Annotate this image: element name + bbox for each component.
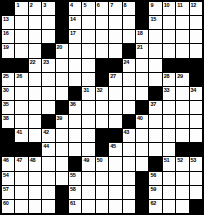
- grid-cell[interactable]: [42, 101, 54, 114]
- grid-cell[interactable]: 43: [123, 129, 135, 142]
- grid-cell[interactable]: [96, 200, 108, 213]
- grid-cell[interactable]: [15, 115, 27, 128]
- grid-cell[interactable]: [163, 115, 175, 128]
- clue-number: 51: [164, 157, 170, 163]
- grid-cell[interactable]: [69, 44, 81, 57]
- black-cell: [163, 59, 175, 72]
- grid-cell[interactable]: [190, 16, 202, 29]
- grid-cell[interactable]: [82, 59, 94, 72]
- grid-cell[interactable]: [190, 101, 202, 114]
- grid-cell[interactable]: [109, 44, 121, 57]
- grid-cell[interactable]: [82, 101, 94, 114]
- clue-number: 14: [70, 16, 76, 22]
- clue-number: 6: [97, 2, 100, 8]
- grid-cell[interactable]: [109, 186, 121, 199]
- black-cell: [96, 73, 108, 86]
- grid-cell[interactable]: [42, 30, 54, 43]
- grid-cell[interactable]: [82, 143, 94, 156]
- grid-cell[interactable]: 58: [69, 186, 81, 199]
- black-cell: [56, 30, 68, 43]
- clue-number: 56: [150, 172, 156, 178]
- clue-number: 19: [3, 44, 9, 50]
- black-cell: [42, 115, 54, 128]
- black-cell: [176, 143, 188, 156]
- grid-cell[interactable]: [29, 101, 41, 114]
- grid-cell[interactable]: 50: [96, 157, 108, 170]
- grid-cell[interactable]: 34: [190, 87, 202, 100]
- grid-cell[interactable]: 30: [2, 87, 14, 100]
- grid-cell[interactable]: 17: [69, 30, 81, 43]
- black-cell: [2, 143, 14, 156]
- grid-cell[interactable]: [190, 186, 202, 199]
- black-cell: [15, 59, 27, 72]
- grid-cell[interactable]: 47: [15, 157, 27, 170]
- black-cell: [56, 2, 68, 15]
- grid-cell[interactable]: [123, 143, 135, 156]
- black-cell: [96, 129, 108, 142]
- grid-cell[interactable]: 48: [29, 157, 41, 170]
- clue-number: 25: [3, 73, 9, 79]
- grid-cell[interactable]: [82, 73, 94, 86]
- grid-cell[interactable]: [15, 16, 27, 29]
- grid-cell[interactable]: [123, 172, 135, 185]
- black-cell: [56, 16, 68, 29]
- grid-cell[interactable]: 11: [176, 2, 188, 15]
- clue-number: 24: [124, 59, 130, 65]
- grid-cell[interactable]: [56, 73, 68, 86]
- clue-number: 57: [3, 186, 9, 192]
- clue-number: 11: [177, 2, 182, 8]
- black-cell: [136, 186, 148, 199]
- black-cell: [56, 101, 68, 114]
- grid-cell[interactable]: [29, 87, 41, 100]
- grid-cell[interactable]: 61: [69, 200, 81, 213]
- grid-cell[interactable]: 15: [149, 16, 161, 29]
- grid-cell[interactable]: [123, 16, 135, 29]
- grid-cell[interactable]: 26: [15, 73, 27, 86]
- grid-cell[interactable]: [190, 115, 202, 128]
- grid-cell[interactable]: [149, 44, 161, 57]
- grid-cell[interactable]: 20: [56, 44, 68, 57]
- black-cell: [2, 2, 14, 15]
- clue-number: 40: [137, 115, 143, 121]
- black-cell: [123, 44, 135, 57]
- grid-cell[interactable]: 32: [96, 87, 108, 100]
- black-cell: [136, 200, 148, 213]
- grid-cell[interactable]: [15, 44, 27, 57]
- grid-cell[interactable]: 53: [190, 157, 202, 170]
- clue-number: 17: [70, 30, 76, 36]
- clue-number: 37: [150, 101, 156, 107]
- grid-cell[interactable]: 60: [2, 200, 14, 213]
- clue-number: 54: [3, 172, 9, 178]
- grid-cell[interactable]: [42, 186, 54, 199]
- black-cell: [149, 157, 161, 170]
- clue-number: 47: [16, 157, 22, 163]
- clue-number: 9: [150, 2, 153, 8]
- grid-cell[interactable]: 62: [149, 200, 161, 213]
- grid-cell[interactable]: [176, 44, 188, 57]
- grid-cell[interactable]: 57: [2, 186, 14, 199]
- black-cell: [109, 59, 121, 72]
- grid-cell[interactable]: [123, 87, 135, 100]
- grid-cell[interactable]: [96, 30, 108, 43]
- grid-cell[interactable]: [82, 129, 94, 142]
- clue-number: 33: [164, 87, 170, 93]
- grid-cell[interactable]: [176, 87, 188, 100]
- grid-cell[interactable]: [163, 30, 175, 43]
- grid-cell[interactable]: [176, 16, 188, 29]
- grid-cell[interactable]: [109, 115, 121, 128]
- clue-number: 13: [3, 16, 9, 22]
- grid-cell[interactable]: [96, 172, 108, 185]
- grid-cell[interactable]: [136, 73, 148, 86]
- black-cell: [149, 87, 161, 100]
- grid-cell[interactable]: 40: [136, 115, 148, 128]
- grid-cell[interactable]: [69, 129, 81, 142]
- grid-cell[interactable]: 4: [69, 2, 81, 15]
- grid-cell[interactable]: [176, 172, 188, 185]
- clue-number: 26: [16, 73, 22, 79]
- black-cell: [56, 186, 68, 199]
- grid-cell[interactable]: 59: [149, 186, 161, 199]
- grid-cell[interactable]: [190, 172, 202, 185]
- clue-number: 53: [191, 157, 197, 163]
- grid-cell[interactable]: [176, 30, 188, 43]
- grid-cell[interactable]: [176, 115, 188, 128]
- clue-number: 58: [70, 186, 76, 192]
- clue-number: 50: [97, 157, 103, 163]
- grid-cell[interactable]: [15, 30, 27, 43]
- grid-cell[interactable]: [123, 157, 135, 170]
- grid-cell[interactable]: [136, 87, 148, 100]
- grid-cell[interactable]: 46: [2, 157, 14, 170]
- black-cell: [42, 44, 54, 57]
- grid-cell[interactable]: [29, 115, 41, 128]
- grid-cell[interactable]: 24: [123, 59, 135, 72]
- grid-cell[interactable]: [56, 157, 68, 170]
- black-cell: [56, 200, 68, 213]
- grid-cell[interactable]: [82, 172, 94, 185]
- grid-cell[interactable]: [29, 129, 41, 142]
- clue-number: 7: [110, 2, 113, 8]
- grid-cell[interactable]: [42, 16, 54, 29]
- grid-cell[interactable]: [136, 143, 148, 156]
- clue-number: 62: [150, 200, 156, 206]
- grid-cell[interactable]: [149, 59, 161, 72]
- black-cell: [2, 129, 14, 142]
- grid-cell[interactable]: [109, 16, 121, 29]
- clue-number: 4: [70, 2, 73, 8]
- grid-cell[interactable]: [149, 143, 161, 156]
- grid-cell[interactable]: [42, 87, 54, 100]
- clue-number: 46: [3, 157, 9, 163]
- grid-cell[interactable]: [56, 143, 68, 156]
- clue-number: 55: [70, 172, 76, 178]
- clue-number: 32: [97, 87, 103, 93]
- clue-number: 21: [137, 44, 143, 50]
- grid-cell[interactable]: 14: [69, 16, 81, 29]
- black-cell: [136, 101, 148, 114]
- grid-cell[interactable]: 52: [176, 157, 188, 170]
- grid-cell[interactable]: [82, 30, 94, 43]
- grid-cell[interactable]: [176, 186, 188, 199]
- grid-cell[interactable]: 18: [136, 30, 148, 43]
- clue-number: 12: [191, 2, 197, 8]
- black-cell: [176, 59, 188, 72]
- grid-cell[interactable]: 42: [42, 129, 54, 142]
- black-cell: [96, 59, 108, 72]
- black-cell: [136, 2, 148, 15]
- clue-number: 38: [3, 115, 9, 121]
- grid-cell[interactable]: 41: [15, 129, 27, 142]
- clue-number: 41: [16, 129, 22, 135]
- grid-cell[interactable]: [96, 44, 108, 57]
- black-cell: [123, 115, 135, 128]
- grid-cell[interactable]: 38: [2, 115, 14, 128]
- black-cell: [15, 143, 27, 156]
- grid-cell[interactable]: [69, 73, 81, 86]
- grid-cell[interactable]: 44: [42, 143, 54, 156]
- grid-cell[interactable]: [15, 101, 27, 114]
- grid-cell[interactable]: [56, 59, 68, 72]
- grid-cell[interactable]: [82, 200, 94, 213]
- grid-cell[interactable]: 12: [190, 2, 202, 15]
- clue-number: 49: [83, 157, 89, 163]
- grid-cell[interactable]: [163, 44, 175, 57]
- grid-cell[interactable]: [96, 101, 108, 114]
- crossword-grid: 1234567891011121314151617181920212223242…: [0, 0, 204, 215]
- grid-cell[interactable]: 39: [56, 115, 68, 128]
- clue-number: 36: [70, 101, 76, 107]
- grid-cell[interactable]: [190, 129, 202, 142]
- clue-number: 8: [124, 2, 127, 8]
- clue-number: 20: [57, 44, 63, 50]
- black-cell: [190, 59, 202, 72]
- grid-cell[interactable]: [163, 129, 175, 142]
- grid-cell[interactable]: [56, 129, 68, 142]
- grid-cell[interactable]: [109, 30, 121, 43]
- grid-cell[interactable]: [109, 101, 121, 114]
- grid-cell[interactable]: 10: [163, 2, 175, 15]
- grid-cell[interactable]: [149, 30, 161, 43]
- clue-number: 23: [43, 59, 49, 65]
- grid-cell[interactable]: [123, 186, 135, 199]
- grid-cell[interactable]: [29, 186, 41, 199]
- clue-number: 10: [164, 2, 170, 8]
- grid-cell[interactable]: 55: [69, 172, 81, 185]
- grid-cell[interactable]: 6: [96, 2, 108, 15]
- black-cell: [190, 143, 202, 156]
- grid-cell[interactable]: 28: [163, 73, 175, 86]
- grid-cell[interactable]: [176, 101, 188, 114]
- grid-cell[interactable]: 51: [163, 157, 175, 170]
- clue-number: 31: [83, 87, 89, 93]
- clue-number: 60: [3, 200, 9, 206]
- clue-number: 5: [83, 2, 86, 8]
- grid-cell[interactable]: [82, 16, 94, 29]
- clue-number: 1: [16, 2, 19, 8]
- grid-cell[interactable]: 29: [176, 73, 188, 86]
- grid-cell[interactable]: [42, 172, 54, 185]
- grid-cell[interactable]: 33: [163, 87, 175, 100]
- grid-cell[interactable]: 3: [42, 2, 54, 15]
- clue-number: 2: [30, 2, 33, 8]
- grid-cell[interactable]: [82, 44, 94, 57]
- grid-cell[interactable]: [163, 200, 175, 213]
- clue-number: 16: [3, 30, 9, 36]
- clue-number: 35: [3, 101, 9, 107]
- grid-cell[interactable]: 35: [2, 101, 14, 114]
- grid-cell[interactable]: [29, 73, 41, 86]
- clue-number: 27: [110, 73, 116, 79]
- grid-cell[interactable]: 16: [2, 30, 14, 43]
- grid-cell[interactable]: [136, 157, 148, 170]
- grid-cell[interactable]: [42, 200, 54, 213]
- grid-cell[interactable]: [29, 200, 41, 213]
- clue-number: 22: [30, 59, 36, 65]
- grid-cell[interactable]: 27: [109, 73, 121, 86]
- black-cell: [29, 143, 41, 156]
- clue-number: 43: [124, 129, 130, 135]
- grid-cell[interactable]: 8: [123, 2, 135, 15]
- clue-number: 18: [137, 30, 143, 36]
- grid-cell[interactable]: 19: [2, 44, 14, 57]
- clue-number: 34: [191, 87, 197, 93]
- grid-cell[interactable]: [29, 16, 41, 29]
- clue-number: 42: [43, 129, 49, 135]
- grid-cell[interactable]: [149, 73, 161, 86]
- clue-number: 28: [164, 73, 170, 79]
- grid-cell[interactable]: 1: [15, 2, 27, 15]
- grid-cell[interactable]: [176, 200, 188, 213]
- black-cell: [136, 16, 148, 29]
- grid-cell[interactable]: [29, 172, 41, 185]
- grid-cell[interactable]: [82, 186, 94, 199]
- grid-cell[interactable]: [56, 87, 68, 100]
- clue-number: 29: [177, 73, 183, 79]
- black-cell: [2, 59, 14, 72]
- black-cell: [190, 200, 202, 213]
- grid-cell[interactable]: 22: [29, 59, 41, 72]
- grid-cell[interactable]: [109, 200, 121, 213]
- grid-cell[interactable]: [96, 115, 108, 128]
- grid-cell[interactable]: [123, 73, 135, 86]
- grid-cell[interactable]: [29, 30, 41, 43]
- grid-cell[interactable]: [136, 59, 148, 72]
- black-cell: [96, 143, 108, 156]
- clue-number: 59: [150, 186, 156, 192]
- clue-number: 44: [43, 143, 49, 149]
- crossword-puzzle: 1234567891011121314151617181920212223242…: [0, 0, 204, 215]
- grid-cell[interactable]: [69, 143, 81, 156]
- grid-cell[interactable]: [82, 115, 94, 128]
- black-cell: [136, 172, 148, 185]
- grid-cell[interactable]: [163, 101, 175, 114]
- grid-cell[interactable]: [190, 30, 202, 43]
- grid-cell[interactable]: 31: [82, 87, 94, 100]
- clue-number: 39: [57, 115, 63, 121]
- grid-cell[interactable]: [42, 73, 54, 86]
- grid-cell[interactable]: 37: [149, 101, 161, 114]
- grid-cell[interactable]: [109, 157, 121, 170]
- grid-cell[interactable]: 2: [29, 2, 41, 15]
- grid-cell[interactable]: [42, 157, 54, 170]
- grid-cell[interactable]: [136, 129, 148, 142]
- clue-number: 30: [3, 87, 9, 93]
- black-cell: [69, 157, 81, 170]
- clue-number: 3: [43, 2, 46, 8]
- grid-cell[interactable]: [163, 16, 175, 29]
- grid-cell[interactable]: 54: [2, 172, 14, 185]
- grid-cell[interactable]: [15, 172, 27, 185]
- grid-cell[interactable]: 36: [69, 101, 81, 114]
- grid-cell[interactable]: [176, 129, 188, 142]
- grid-cell[interactable]: 49: [82, 157, 94, 170]
- grid-cell[interactable]: [96, 16, 108, 29]
- grid-cell[interactable]: [69, 59, 81, 72]
- grid-cell[interactable]: [163, 143, 175, 156]
- grid-cell[interactable]: [149, 115, 161, 128]
- clue-number: 45: [110, 143, 116, 149]
- grid-cell[interactable]: [123, 200, 135, 213]
- grid-cell[interactable]: [109, 87, 121, 100]
- grid-cell[interactable]: [123, 30, 135, 43]
- grid-cell[interactable]: 21: [136, 44, 148, 57]
- grid-cell[interactable]: [69, 115, 81, 128]
- black-cell: [69, 87, 81, 100]
- grid-cell[interactable]: [96, 186, 108, 199]
- grid-cell[interactable]: [123, 101, 135, 114]
- grid-cell[interactable]: 9: [149, 2, 161, 15]
- grid-cell[interactable]: [29, 44, 41, 57]
- grid-cell[interactable]: [163, 172, 175, 185]
- grid-cell[interactable]: [109, 172, 121, 185]
- clue-number: 15: [150, 16, 156, 22]
- clue-number: 61: [70, 200, 76, 206]
- grid-cell[interactable]: 56: [149, 172, 161, 185]
- grid-cell[interactable]: [190, 44, 202, 57]
- grid-cell[interactable]: 45: [109, 143, 121, 156]
- black-cell: [109, 129, 121, 142]
- grid-cell[interactable]: [15, 186, 27, 199]
- grid-cell[interactable]: 5: [82, 2, 94, 15]
- grid-cell[interactable]: 7: [109, 2, 121, 15]
- grid-cell[interactable]: 25: [2, 73, 14, 86]
- clue-number: 52: [177, 157, 183, 163]
- grid-cell[interactable]: 13: [2, 16, 14, 29]
- grid-cell[interactable]: [15, 87, 27, 100]
- grid-cell[interactable]: [163, 186, 175, 199]
- black-cell: [190, 73, 202, 86]
- grid-cell[interactable]: [149, 129, 161, 142]
- grid-cell[interactable]: [15, 200, 27, 213]
- grid-cell[interactable]: [56, 172, 68, 185]
- clue-number: 48: [30, 157, 36, 163]
- grid-cell[interactable]: 23: [42, 59, 54, 72]
